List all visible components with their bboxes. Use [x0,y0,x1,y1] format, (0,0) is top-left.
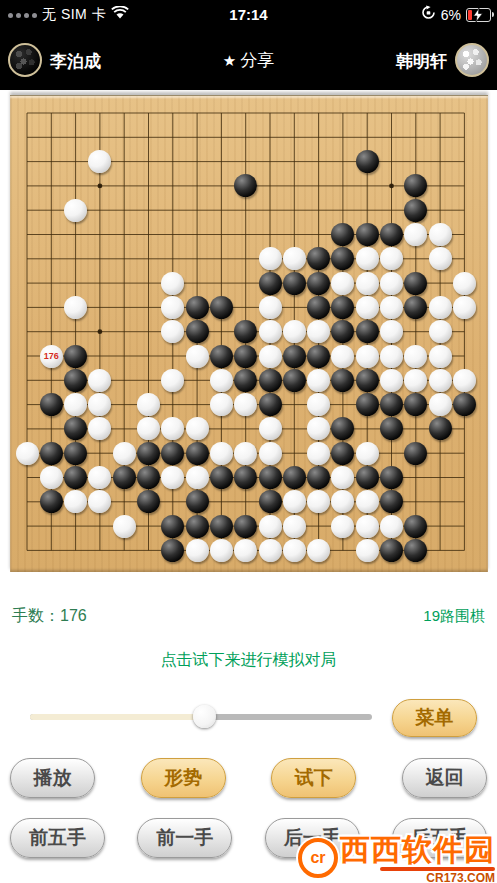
stone-white [356,272,379,295]
stone-white [404,369,427,392]
stone-black [259,393,282,416]
menu-button[interactable]: 菜单 [392,699,477,737]
stone-white [259,442,282,465]
stone-black [380,223,403,246]
stone-black [210,466,233,489]
return-button[interactable]: 返回 [402,758,487,798]
battery-percent-label: 6% [441,7,461,23]
stone-black [137,442,160,465]
back-one-button[interactable]: 前一手 [137,818,232,858]
stone-white [356,490,379,513]
stone-white [186,345,209,368]
stone-black [380,539,403,562]
stone-black [64,369,87,392]
white-player-name: 韩明轩 [396,50,447,73]
stone-black [380,393,403,416]
stone-black [356,150,379,173]
stone-white [283,320,306,343]
stone-white [380,369,403,392]
stone-black [331,442,354,465]
stone-black [404,442,427,465]
stone-white [186,417,209,440]
stone-black [186,490,209,513]
stone-white [186,466,209,489]
move-count-line: 手数：176 [12,606,87,627]
stone-white [259,296,282,319]
charging-bolt-icon [472,8,484,22]
stone-black [307,466,330,489]
stone-white [356,539,379,562]
stone-white [283,490,306,513]
stone-white [429,345,452,368]
stone-white [453,272,476,295]
stone-black [404,199,427,222]
stone-black [283,272,306,295]
stone-black [259,369,282,392]
stone-white [356,515,379,538]
stone-white [404,345,427,368]
stone-white [331,515,354,538]
stone-white [356,296,379,319]
stone-white [259,417,282,440]
stone-black [210,296,233,319]
stone-white [453,296,476,319]
stone-black [259,272,282,295]
move-slider[interactable] [30,714,372,720]
stone-white [380,296,403,319]
stone-black [283,466,306,489]
stone-black [64,345,87,368]
stone-black [356,320,379,343]
stone-white [259,345,282,368]
stone-white [356,247,379,270]
stone-black [259,490,282,513]
back-five-button[interactable]: 前五手 [10,818,105,858]
site-watermark: cr 西西软件园 CR173.COM [298,830,495,883]
stone-black [40,393,63,416]
stone-white [283,515,306,538]
stone-white [307,369,330,392]
play-button[interactable]: 播放 [10,758,95,798]
stone-black [64,442,87,465]
control-row-1: 播放 形势 试下 返回 [10,758,487,798]
stone-white [161,369,184,392]
stone-white [234,442,257,465]
stone-white [259,320,282,343]
stone-black [186,296,209,319]
slider-progress [30,714,204,720]
stone-white [137,393,160,416]
stone-white [16,442,39,465]
stone-white [64,199,87,222]
stone-black [210,345,233,368]
stone-white [429,247,452,270]
hint-text: 点击试下来进行模拟对局 [0,650,497,671]
stone-white [429,320,452,343]
shape-button[interactable]: 形势 [141,758,226,798]
stone-white [210,539,233,562]
stone-black [210,515,233,538]
stone-white: 176 [40,345,63,368]
stone-white [380,515,403,538]
stone-white [64,296,87,319]
stone-white [210,369,233,392]
watermark-logo: cr [298,838,338,878]
stone-black [234,345,257,368]
stone-white [234,539,257,562]
slider-knob[interactable] [193,705,216,728]
stone-black [186,320,209,343]
stone-black [356,223,379,246]
stone-black [453,393,476,416]
stone-white [210,442,233,465]
status-bar: 无 SIM 卡 17:14 6% [0,0,497,30]
stone-black [404,272,427,295]
stone-white [356,345,379,368]
stone-black [137,466,160,489]
last-move-number: 176 [40,345,63,368]
stone-white [40,466,63,489]
move-count-label: 手数： [12,607,60,624]
stone-black [380,466,403,489]
stone-black [307,345,330,368]
move-count-value: 176 [60,607,87,624]
stone-white [307,539,330,562]
stone-white [356,442,379,465]
stone-white [331,272,354,295]
stone-black [356,393,379,416]
game-header: 李泊成 ★分享 韩明轩 [0,30,497,90]
stone-black [234,369,257,392]
stone-black [64,466,87,489]
share-label: 分享 [240,51,274,70]
stone-white [307,442,330,465]
stone-black [283,345,306,368]
stone-black [40,490,63,513]
stone-white [331,345,354,368]
watermark-domain: CR173.COM [340,871,495,883]
stone-black [404,515,427,538]
stone-white [113,442,136,465]
try-button[interactable]: 试下 [271,758,356,798]
stone-black [161,515,184,538]
stone-white [380,345,403,368]
stone-black [307,272,330,295]
stone-black [307,296,330,319]
stone-white [429,296,452,319]
stone-black [356,369,379,392]
stone-black [113,466,136,489]
stone-black [40,442,63,465]
stone-white [283,539,306,562]
stone-white [429,393,452,416]
stone-white [429,223,452,246]
stone-black [161,442,184,465]
stone-white [161,272,184,295]
stone-black [259,466,282,489]
rotation-lock-icon [421,5,436,24]
stone-white [259,247,282,270]
star-icon: ★ [223,52,236,69]
stone-white [283,247,306,270]
stone-black [429,417,452,440]
stone-white [210,393,233,416]
app-screen: 无 SIM 卡 17:14 6% [0,0,497,883]
stone-white [259,515,282,538]
stone-black [356,466,379,489]
stone-black [186,442,209,465]
board-mode-label: 19路围棋 [423,607,485,626]
stone-white [453,369,476,392]
white-player-avatar[interactable] [455,43,489,77]
stone-white [380,272,403,295]
stone-white [259,539,282,562]
stone-black [283,369,306,392]
stone-white [429,369,452,392]
stone-black [234,515,257,538]
go-board[interactable]: 176 [10,95,488,572]
battery-icon [466,8,491,22]
watermark-site-name: 西西软件园 [340,830,495,871]
stone-black [186,515,209,538]
stone-white [113,515,136,538]
stone-white [186,539,209,562]
